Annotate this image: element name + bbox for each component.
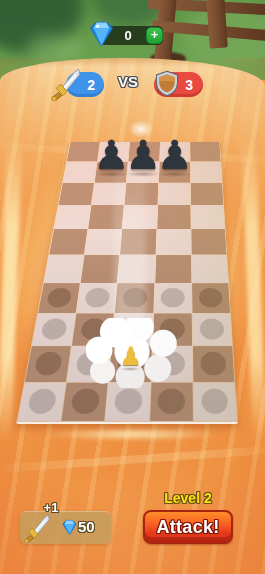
board-cell[interactable] bbox=[72, 314, 114, 346]
board-cell bbox=[157, 205, 191, 229]
enemy-power-value: 3 bbox=[185, 77, 193, 93]
battle-power-bar: 2 VS 3 bbox=[0, 66, 265, 102]
piece-shadow bbox=[158, 171, 192, 177]
gem-icon bbox=[60, 519, 79, 536]
upgrade-pawn-button[interactable]: +1 50 bbox=[20, 511, 111, 544]
game-screen: ♟♟♟♟ 0 + 2 VS 3 bbox=[0, 0, 265, 574]
board-cell bbox=[92, 183, 126, 205]
board-cell[interactable] bbox=[32, 314, 76, 346]
add-gems-button[interactable]: + bbox=[146, 27, 163, 44]
board-cell bbox=[49, 229, 87, 254]
board-cell[interactable] bbox=[106, 382, 151, 421]
board-cell[interactable] bbox=[154, 283, 192, 313]
board-cell[interactable] bbox=[67, 346, 111, 381]
board-cell bbox=[155, 255, 191, 282]
board-cell bbox=[123, 205, 157, 229]
board-cell[interactable] bbox=[151, 346, 192, 381]
board-cell bbox=[88, 205, 124, 229]
upgrade-cost-value: 50 bbox=[78, 518, 95, 535]
board-grid bbox=[16, 142, 237, 422]
board-cell bbox=[120, 229, 156, 254]
black-pawn: ♟ bbox=[155, 135, 195, 175]
piece-shadow bbox=[120, 367, 141, 371]
board-cell bbox=[191, 229, 226, 254]
gem-counter: 0 + bbox=[86, 20, 166, 48]
sword-icon bbox=[23, 513, 53, 543]
board-cell bbox=[190, 142, 220, 161]
board-cell bbox=[54, 205, 91, 229]
upgrade-gain-label: +1 bbox=[36, 500, 66, 515]
board-cell[interactable] bbox=[192, 314, 232, 346]
board-cell bbox=[190, 162, 221, 183]
board-cell[interactable] bbox=[193, 346, 235, 381]
gem-count: 0 bbox=[124, 28, 131, 43]
board-cell[interactable] bbox=[193, 382, 237, 421]
board-cell[interactable] bbox=[62, 382, 109, 421]
board-cell[interactable] bbox=[150, 382, 193, 421]
gem-icon bbox=[86, 20, 117, 48]
board-cell[interactable] bbox=[38, 283, 80, 313]
board-cell bbox=[85, 229, 122, 254]
shield-icon bbox=[154, 69, 180, 98]
player-pawn[interactable]: ♟ bbox=[118, 344, 143, 369]
board-cell[interactable] bbox=[153, 314, 192, 346]
board-cell[interactable] bbox=[115, 283, 154, 313]
board-cell bbox=[59, 183, 94, 205]
board-cell bbox=[191, 205, 225, 229]
attack-button[interactable]: Attack! bbox=[143, 510, 233, 544]
level-label: Level 2 bbox=[140, 490, 236, 506]
vs-label: VS bbox=[112, 73, 144, 90]
board-cell bbox=[44, 255, 84, 282]
sword-icon bbox=[50, 67, 84, 101]
board-cell bbox=[81, 255, 120, 282]
board-cell bbox=[192, 255, 229, 282]
board-cell[interactable] bbox=[192, 283, 230, 313]
board-cell[interactable] bbox=[77, 283, 117, 313]
attack-button-label: Attack! bbox=[156, 517, 219, 538]
board-cell[interactable] bbox=[18, 382, 66, 421]
board-cell bbox=[156, 229, 191, 254]
board-cell bbox=[158, 183, 190, 205]
board-cell bbox=[125, 183, 158, 205]
player-power-value: 2 bbox=[87, 77, 95, 93]
board-cell[interactable] bbox=[25, 346, 71, 381]
board-cell bbox=[191, 183, 224, 205]
board-cell bbox=[118, 255, 155, 282]
